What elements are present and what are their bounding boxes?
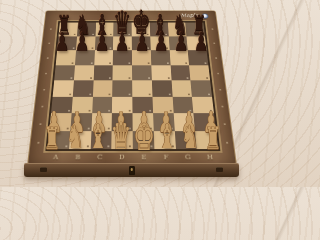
brand-signature: Maple bbox=[180, 13, 199, 18]
square-e7[interactable] bbox=[132, 36, 151, 50]
square-e2[interactable] bbox=[132, 113, 153, 131]
square-e5[interactable] bbox=[132, 65, 152, 80]
square-a8[interactable] bbox=[59, 23, 78, 37]
square-c2[interactable] bbox=[91, 113, 112, 131]
square-c3[interactable] bbox=[92, 96, 113, 113]
square-h1[interactable] bbox=[195, 131, 218, 149]
file-label-b: B bbox=[75, 155, 80, 162]
square-d7[interactable] bbox=[113, 36, 132, 50]
rank-mark-7 bbox=[213, 42, 215, 43]
file-label-d: D bbox=[119, 155, 125, 162]
square-g3[interactable] bbox=[172, 96, 193, 113]
file-label-c: C bbox=[97, 155, 103, 162]
square-h5[interactable] bbox=[189, 65, 210, 80]
file-label-a: A bbox=[53, 155, 59, 162]
hinge-icon bbox=[40, 167, 47, 172]
rank-mark-3 bbox=[221, 105, 223, 107]
square-c4[interactable] bbox=[92, 80, 112, 96]
box-side-panel bbox=[24, 163, 239, 177]
rank-mark-7 bbox=[48, 42, 50, 43]
chess-board: Maple ABCDEFGH bbox=[27, 10, 237, 165]
square-b7[interactable] bbox=[76, 36, 95, 50]
square-f8[interactable] bbox=[150, 23, 169, 37]
square-h7[interactable] bbox=[187, 36, 207, 50]
square-d8[interactable] bbox=[113, 23, 131, 37]
square-g2[interactable] bbox=[173, 113, 195, 131]
square-f1[interactable] bbox=[153, 131, 175, 149]
rank-mark-1 bbox=[226, 141, 228, 143]
square-c6[interactable] bbox=[94, 50, 113, 65]
square-b4[interactable] bbox=[73, 80, 94, 96]
square-a2[interactable] bbox=[49, 113, 71, 131]
square-a3[interactable] bbox=[51, 96, 73, 113]
rank-mark-8 bbox=[50, 28, 52, 29]
square-a4[interactable] bbox=[53, 80, 74, 96]
square-b6[interactable] bbox=[75, 50, 95, 65]
square-a7[interactable] bbox=[57, 36, 77, 50]
latch-clasp-icon bbox=[129, 166, 135, 175]
square-e8[interactable] bbox=[132, 23, 150, 37]
square-f7[interactable] bbox=[150, 36, 169, 50]
square-h2[interactable] bbox=[194, 113, 216, 131]
square-a1[interactable] bbox=[48, 131, 71, 149]
file-label-g: G bbox=[185, 155, 191, 162]
square-a5[interactable] bbox=[54, 65, 75, 80]
square-c1[interactable] bbox=[90, 131, 112, 149]
rank-mark-6 bbox=[215, 57, 217, 58]
rank-mark-5 bbox=[45, 72, 47, 74]
file-label-e: E bbox=[141, 155, 146, 162]
rank-mark-4 bbox=[43, 88, 45, 90]
rank-mark-6 bbox=[47, 57, 49, 58]
square-e4[interactable] bbox=[132, 80, 152, 96]
square-h3[interactable] bbox=[192, 96, 214, 113]
square-e1[interactable] bbox=[133, 131, 155, 149]
rank-mark-5 bbox=[217, 72, 219, 74]
square-f6[interactable] bbox=[151, 50, 171, 65]
square-h6[interactable] bbox=[188, 50, 208, 65]
square-f5[interactable] bbox=[151, 65, 171, 80]
square-c7[interactable] bbox=[95, 36, 114, 50]
square-g6[interactable] bbox=[169, 50, 189, 65]
square-b5[interactable] bbox=[74, 65, 94, 80]
square-f3[interactable] bbox=[152, 96, 173, 113]
file-label-h: H bbox=[207, 155, 214, 162]
board-squares-grid bbox=[45, 21, 220, 151]
hinge-icon bbox=[216, 167, 223, 172]
square-e3[interactable] bbox=[132, 96, 153, 113]
square-d4[interactable] bbox=[112, 80, 132, 96]
square-d5[interactable] bbox=[113, 65, 132, 80]
square-d3[interactable] bbox=[112, 96, 132, 113]
square-f2[interactable] bbox=[153, 113, 174, 131]
rank-mark-8 bbox=[212, 28, 214, 29]
square-g8[interactable] bbox=[167, 23, 186, 37]
square-g1[interactable] bbox=[174, 131, 196, 149]
square-e6[interactable] bbox=[132, 50, 151, 65]
square-b1[interactable] bbox=[69, 131, 91, 149]
square-g4[interactable] bbox=[171, 80, 192, 96]
square-c5[interactable] bbox=[93, 65, 113, 80]
square-a6[interactable] bbox=[56, 50, 76, 65]
square-b3[interactable] bbox=[71, 96, 92, 113]
square-b8[interactable] bbox=[77, 23, 96, 37]
square-d6[interactable] bbox=[113, 50, 132, 65]
square-h4[interactable] bbox=[191, 80, 212, 96]
rank-mark-3 bbox=[41, 105, 43, 107]
brand-badge-icon bbox=[202, 14, 209, 19]
square-d1[interactable] bbox=[112, 131, 133, 149]
square-g7[interactable] bbox=[168, 36, 188, 50]
square-d2[interactable] bbox=[112, 113, 133, 131]
square-f4[interactable] bbox=[152, 80, 173, 96]
square-g5[interactable] bbox=[170, 65, 190, 80]
rank-mark-4 bbox=[219, 88, 221, 90]
rank-mark-1 bbox=[37, 141, 39, 143]
square-c8[interactable] bbox=[95, 23, 114, 37]
rank-mark-2 bbox=[224, 123, 226, 125]
rank-mark-2 bbox=[39, 123, 41, 125]
square-b2[interactable] bbox=[70, 113, 92, 131]
file-label-f: F bbox=[163, 155, 168, 162]
photo-scene: Maple ABCDEFGH bbox=[0, 0, 250, 187]
square-h8[interactable] bbox=[185, 23, 205, 37]
